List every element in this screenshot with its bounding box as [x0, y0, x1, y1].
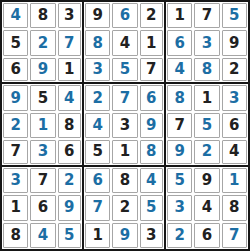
cell-digit: 1 [202, 91, 212, 106]
cell-r2c8[interactable]: 3 [193, 29, 220, 56]
cell-digit: 1 [10, 200, 20, 215]
cell-digit: 8 [120, 173, 130, 188]
cell-r5c5[interactable]: 3 [111, 112, 138, 139]
cell-r7c3[interactable]: 2 [57, 167, 84, 194]
cell-digit: 5 [10, 36, 20, 51]
cell-digit: 1 [38, 118, 48, 133]
cell-r4c6[interactable]: 6 [139, 84, 166, 111]
cell-r1c1[interactable]: 4 [2, 2, 29, 29]
cell-r7c6[interactable]: 4 [139, 167, 166, 194]
cell-r3c5[interactable]: 5 [111, 57, 138, 84]
cell-r2c5[interactable]: 4 [111, 29, 138, 56]
cell-r7c9[interactable]: 1 [221, 167, 248, 194]
cell-digit: 8 [229, 200, 239, 215]
cell-digit: 7 [174, 118, 184, 133]
cell-digit: 7 [64, 36, 74, 51]
sudoku-board: 4839621755278416396913574829542768132184… [0, 0, 250, 251]
cell-r5c9[interactable]: 6 [221, 112, 248, 139]
cell-r5c3[interactable]: 8 [57, 112, 84, 139]
cell-digit: 2 [10, 118, 20, 133]
cell-r4c8[interactable]: 1 [193, 84, 220, 111]
cell-digit: 5 [146, 200, 156, 215]
cell-digit: 9 [64, 200, 74, 215]
cell-r6c7[interactable]: 9 [166, 139, 193, 166]
cell-r1c6[interactable]: 2 [139, 2, 166, 29]
cell-digit: 4 [38, 228, 48, 243]
cell-r5c8[interactable]: 5 [193, 112, 220, 139]
cell-digit: 4 [92, 118, 102, 133]
cell-digit: 9 [92, 8, 102, 23]
cell-r6c8[interactable]: 2 [193, 139, 220, 166]
cell-digit: 9 [120, 228, 130, 243]
cell-r6c2[interactable]: 3 [29, 139, 56, 166]
cell-digit: 9 [174, 144, 184, 159]
cell-digit: 3 [229, 91, 239, 106]
cell-r9c4[interactable]: 1 [84, 222, 111, 249]
cell-digit: 7 [202, 8, 212, 23]
cell-r9c8[interactable]: 6 [193, 222, 220, 249]
cell-digit: 8 [38, 8, 48, 23]
cell-digit: 4 [64, 91, 74, 106]
cell-r5c7[interactable]: 7 [166, 112, 193, 139]
cell-r1c8[interactable]: 7 [193, 2, 220, 29]
cell-r8c3[interactable]: 9 [57, 194, 84, 221]
cell-digit: 8 [174, 91, 184, 106]
cell-r6c1[interactable]: 7 [2, 139, 29, 166]
cell-digit: 9 [10, 91, 20, 106]
cell-r1c2[interactable]: 8 [29, 2, 56, 29]
cell-r3c2[interactable]: 9 [29, 57, 56, 84]
cell-digit: 7 [38, 173, 48, 188]
cell-r1c3[interactable]: 3 [57, 2, 84, 29]
cell-r4c2[interactable]: 5 [29, 84, 56, 111]
cell-r1c5[interactable]: 6 [111, 2, 138, 29]
cell-r9c7[interactable]: 2 [166, 222, 193, 249]
cell-r7c4[interactable]: 6 [84, 167, 111, 194]
cell-r9c1[interactable]: 8 [2, 222, 29, 249]
cell-r8c1[interactable]: 1 [2, 194, 29, 221]
cell-digit: 3 [146, 228, 156, 243]
cell-digit: 6 [174, 36, 184, 51]
cell-r7c5[interactable]: 8 [111, 167, 138, 194]
cell-digit: 7 [229, 228, 239, 243]
cell-r6c4[interactable]: 5 [84, 139, 111, 166]
cell-digit: 3 [202, 36, 212, 51]
cell-r4c7[interactable]: 8 [166, 84, 193, 111]
cell-r7c8[interactable]: 9 [193, 167, 220, 194]
cell-digit: 4 [120, 36, 130, 51]
cell-r3c4[interactable]: 3 [84, 57, 111, 84]
cell-r8c6[interactable]: 5 [139, 194, 166, 221]
cell-r2c9[interactable]: 9 [221, 29, 248, 56]
cell-digit: 5 [174, 173, 184, 188]
cell-digit: 5 [64, 228, 74, 243]
cell-digit: 8 [92, 36, 102, 51]
cell-digit: 2 [174, 228, 184, 243]
cell-r9c6[interactable]: 3 [139, 222, 166, 249]
cell-r6c5[interactable]: 1 [111, 139, 138, 166]
cell-digit: 3 [92, 62, 102, 77]
cell-digit: 3 [174, 200, 184, 215]
cell-r6c6[interactable]: 8 [139, 139, 166, 166]
cell-digit: 8 [10, 228, 20, 243]
cell-r6c3[interactable]: 6 [57, 139, 84, 166]
cell-digit: 2 [64, 173, 74, 188]
cell-digit: 4 [146, 173, 156, 188]
cell-r9c2[interactable]: 4 [29, 222, 56, 249]
cell-digit: 6 [229, 118, 239, 133]
cell-digit: 3 [10, 173, 20, 188]
cell-digit: 1 [64, 62, 74, 77]
cell-r4c1[interactable]: 9 [2, 84, 29, 111]
cell-digit: 5 [92, 144, 102, 159]
cell-digit: 1 [120, 144, 130, 159]
cell-r8c7[interactable]: 3 [166, 194, 193, 221]
cell-r2c2[interactable]: 2 [29, 29, 56, 56]
cell-r3c7[interactable]: 4 [166, 57, 193, 84]
cell-r4c4[interactable]: 2 [84, 84, 111, 111]
cell-digit: 6 [38, 200, 48, 215]
cell-digit: 8 [202, 62, 212, 77]
cell-digit: 6 [202, 228, 212, 243]
cell-digit: 2 [229, 62, 239, 77]
cell-r7c2[interactable]: 7 [29, 167, 56, 194]
cell-digit: 5 [202, 118, 212, 133]
cell-r6c9[interactable]: 4 [221, 139, 248, 166]
cell-r5c2[interactable]: 1 [29, 112, 56, 139]
cell-r9c5[interactable]: 9 [111, 222, 138, 249]
cell-r7c7[interactable]: 5 [166, 167, 193, 194]
cell-digit: 3 [38, 144, 48, 159]
cell-r8c2[interactable]: 6 [29, 194, 56, 221]
cell-digit: 2 [38, 36, 48, 51]
cell-r1c9[interactable]: 5 [221, 2, 248, 29]
cell-digit: 4 [229, 144, 239, 159]
cell-r5c4[interactable]: 4 [84, 112, 111, 139]
cell-r3c8[interactable]: 8 [193, 57, 220, 84]
cell-digit: 1 [146, 36, 156, 51]
cell-r4c3[interactable]: 4 [57, 84, 84, 111]
cell-r2c7[interactable]: 6 [166, 29, 193, 56]
cell-digit: 3 [120, 118, 130, 133]
cell-digit: 4 [174, 62, 184, 77]
cell-r1c4[interactable]: 9 [84, 2, 111, 29]
cell-digit: 8 [64, 118, 74, 133]
cell-r2c4[interactable]: 8 [84, 29, 111, 56]
cell-digit: 1 [92, 228, 102, 243]
cell-r8c5[interactable]: 2 [111, 194, 138, 221]
cell-digit: 9 [202, 173, 212, 188]
cell-r8c9[interactable]: 8 [221, 194, 248, 221]
cell-r4c9[interactable]: 3 [221, 84, 248, 111]
cell-r5c6[interactable]: 9 [139, 112, 166, 139]
cell-digit: 4 [202, 200, 212, 215]
cell-digit: 1 [229, 173, 239, 188]
cell-r2c6[interactable]: 1 [139, 29, 166, 56]
cell-r3c1[interactable]: 6 [2, 57, 29, 84]
cell-digit: 2 [146, 8, 156, 23]
cell-digit: 2 [202, 144, 212, 159]
cell-digit: 6 [10, 62, 20, 77]
cell-r5c1[interactable]: 2 [2, 112, 29, 139]
cell-digit: 5 [229, 8, 239, 23]
cell-r1c7[interactable]: 1 [166, 2, 193, 29]
cell-digit: 7 [120, 91, 130, 106]
cell-digit: 6 [120, 8, 130, 23]
cell-r9c3[interactable]: 5 [57, 222, 84, 249]
cell-r3c9[interactable]: 2 [221, 57, 248, 84]
cell-digit: 8 [146, 144, 156, 159]
cell-digit: 9 [38, 62, 48, 77]
cell-r3c3[interactable]: 1 [57, 57, 84, 84]
cell-r7c1[interactable]: 3 [2, 167, 29, 194]
cell-digit: 7 [92, 200, 102, 215]
cell-digit: 9 [146, 118, 156, 133]
cell-r3c6[interactable]: 7 [139, 57, 166, 84]
cell-digit: 5 [38, 91, 48, 106]
cell-r4c5[interactable]: 7 [111, 84, 138, 111]
cell-r8c4[interactable]: 7 [84, 194, 111, 221]
cell-digit: 7 [10, 144, 20, 159]
cell-digit: 2 [92, 91, 102, 106]
cell-digit: 1 [174, 8, 184, 23]
cell-digit: 4 [10, 8, 20, 23]
cell-r8c8[interactable]: 4 [193, 194, 220, 221]
cell-r2c3[interactable]: 7 [57, 29, 84, 56]
cell-digit: 6 [92, 173, 102, 188]
cell-digit: 5 [120, 62, 130, 77]
cell-r2c1[interactable]: 5 [2, 29, 29, 56]
cell-digit: 6 [146, 91, 156, 106]
cell-digit: 6 [64, 144, 74, 159]
cell-r9c9[interactable]: 7 [221, 222, 248, 249]
cell-digit: 2 [120, 200, 130, 215]
cell-digit: 3 [64, 8, 74, 23]
cell-digit: 9 [229, 36, 239, 51]
cell-digit: 7 [146, 62, 156, 77]
